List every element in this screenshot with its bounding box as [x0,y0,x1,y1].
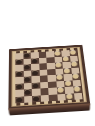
dark-checker: ● [24,89,31,96]
dark-checker: ● [33,95,40,102]
product-photo-chess-checkers-set[interactable]: ●●●●●●●●●●●●●●●●●●●●●●●● [6,25,89,97]
square-b1 [24,96,33,103]
light-checker: ● [66,93,74,100]
square-c1: ● [32,95,41,102]
light-checker: ● [73,86,81,93]
light-checker: ● [57,87,64,94]
board-top-surface: ●●●●●●●●●●●●●●●●●●●●●●●● [8,45,90,110]
decorative-checker-border: ●●●●●●●●●●●●●●●●●●●●●●●● [12,48,85,106]
frame-inlay-line: ●●●●●●●●●●●●●●●●●●●●●●●● [11,47,87,107]
square-h1 [73,93,82,100]
board-scene: ●●●●●●●●●●●●●●●●●●●●●●●● [3,23,91,116]
dark-checker: ● [16,83,23,90]
dark-checker: ● [16,96,23,103]
square-a1: ● [15,96,23,103]
dark-checker: ● [32,82,39,89]
board-frame: ●●●●●●●●●●●●●●●●●●●●●●●● [8,45,90,110]
light-checker: ● [65,80,72,87]
board-grid: ●●●●●●●●●●●●●●●●●●●●●●●● [15,50,82,104]
